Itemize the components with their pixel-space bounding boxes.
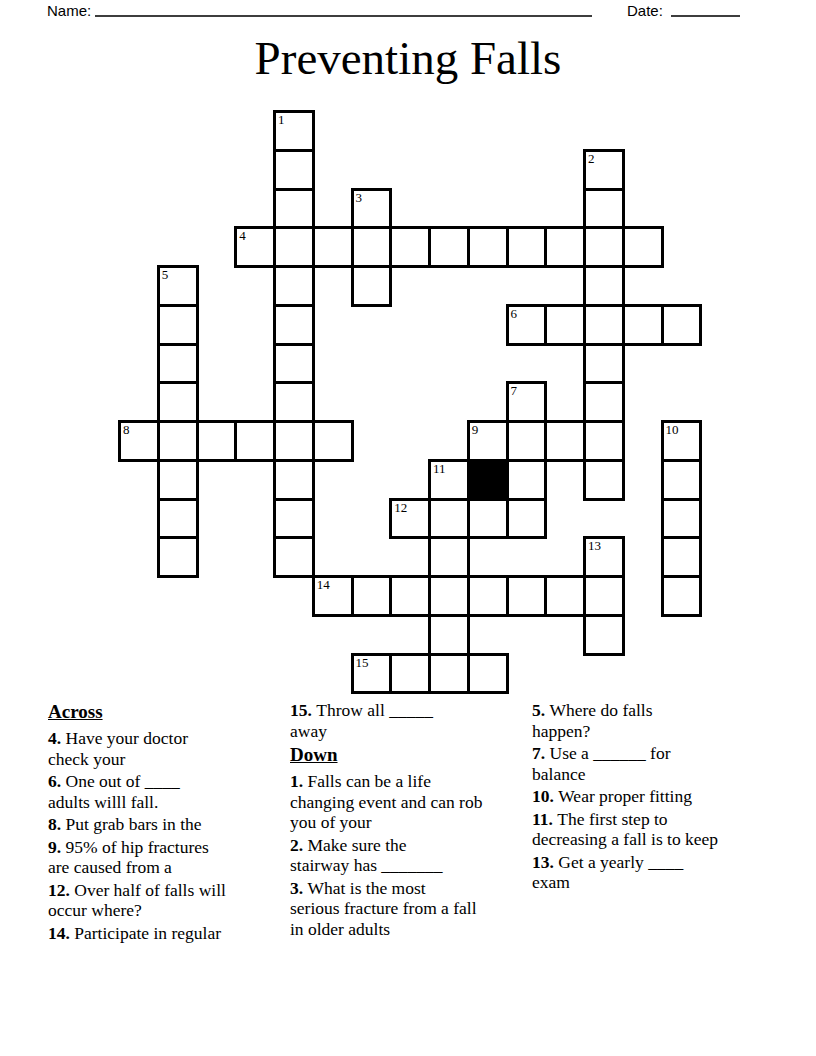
cell-r3c6[interactable] (351, 226, 393, 268)
cell-r12c10[interactable] (506, 575, 548, 617)
clue-number-13: 13 (588, 538, 601, 553)
cell-r5c10[interactable]: 6 (506, 304, 548, 346)
cell-r5c14[interactable] (661, 304, 703, 346)
clue-number-8: 8 (123, 422, 130, 437)
cell-r3c4[interactable] (273, 226, 315, 268)
cell-r3c12[interactable] (583, 226, 625, 268)
clue-number-1: 1 (278, 112, 285, 127)
clue-number-15: 15 (356, 655, 369, 670)
cell-r4c6[interactable] (351, 265, 393, 307)
cell-r14c8[interactable] (428, 653, 470, 695)
clue-6: 6. One out of ____ adults willl fall. (48, 771, 288, 812)
cell-r11c14[interactable] (661, 536, 703, 578)
cell-r3c13[interactable] (622, 226, 664, 268)
cell-r8c3[interactable] (234, 420, 276, 462)
clue-number-label: 2. (290, 835, 308, 855)
page-title: Preventing Falls (0, 31, 816, 85)
clue-text: Put grab bars in the (66, 814, 202, 834)
clue-12: 12. Over half of falls will occur where? (48, 880, 288, 921)
clue-11: 11. The first step to decreasing a fall … (532, 809, 812, 850)
cell-r8c2[interactable] (196, 420, 238, 462)
clue-number-label: 14. (48, 923, 74, 943)
cell-r12c11[interactable] (544, 575, 586, 617)
cell-r5c12[interactable] (583, 304, 625, 346)
clue-2: 2. Make sure the stairway has _______ (290, 835, 536, 876)
cell-r6c1[interactable] (157, 343, 199, 385)
cell-r2c4[interactable] (273, 188, 315, 230)
clue-7: 7. Use a ______ for balance (532, 743, 812, 784)
clue-9: 9. 95% of hip fractures are caused from … (48, 837, 288, 878)
clue-1: 1. Falls can be a life changing event an… (290, 771, 536, 833)
date-blank-line[interactable] (671, 2, 740, 17)
clue-5: 5. Where do falls happen? (532, 700, 812, 741)
clue-text: What is the most serious fracture from a… (290, 878, 477, 939)
clue-number-4: 4 (239, 228, 246, 243)
cell-r7c10[interactable]: 7 (506, 381, 548, 423)
clue-number-label: 15. (290, 700, 316, 720)
cell-r8c10[interactable] (506, 420, 548, 462)
cell-r5c11[interactable] (544, 304, 586, 346)
clues-column-down: 5. Where do falls happen?7. Use a ______… (532, 700, 812, 895)
clue-number-label: 10. (532, 786, 558, 806)
cell-r8c0[interactable]: 8 (118, 420, 160, 462)
clue-text: Over half of falls will occur where? (48, 880, 226, 921)
cell-r10c10[interactable] (506, 498, 548, 540)
name-blank-line[interactable] (95, 2, 592, 17)
clues-column-middle: 15. Throw all _____ awayDown1. Falls can… (290, 700, 536, 941)
cell-r3c7[interactable] (389, 226, 431, 268)
cell-r11c1[interactable] (157, 536, 199, 578)
down-heading: Down (290, 743, 536, 766)
cell-r1c4[interactable] (273, 149, 315, 191)
cell-r10c1[interactable] (157, 498, 199, 540)
name-label: Name: (47, 2, 91, 19)
cell-r11c12[interactable]: 13 (583, 536, 625, 578)
cell-r4c1[interactable]: 5 (157, 265, 199, 307)
cell-r13c8[interactable] (428, 614, 470, 656)
cell-r9c8[interactable]: 11 (428, 459, 470, 501)
clue-text: Falls can be a life changing event and c… (290, 771, 482, 832)
clue-text: Have your doctor check your (48, 728, 188, 769)
cell-r3c5[interactable] (312, 226, 354, 268)
clue-number-7: 7 (511, 383, 518, 398)
clues-column-across: Across4. Have your doctor check your6. O… (48, 700, 288, 945)
clue-text: Use a ______ for balance (532, 743, 671, 784)
across-heading: Across (48, 700, 288, 723)
clue-number-3: 3 (356, 190, 363, 205)
cell-r10c8[interactable] (428, 498, 470, 540)
cell-r3c3[interactable]: 4 (234, 226, 276, 268)
cell-r5c13[interactable] (622, 304, 664, 346)
cell-r5c1[interactable] (157, 304, 199, 346)
cell-r9c14[interactable] (661, 459, 703, 501)
cell-r9c10[interactable] (506, 459, 548, 501)
cell-r8c11[interactable] (544, 420, 586, 462)
cell-r5c4[interactable] (273, 304, 315, 346)
cell-r10c4[interactable] (273, 498, 315, 540)
cell-r8c9[interactable]: 9 (467, 420, 509, 462)
clue-text: Make sure the stairway has _______ (290, 835, 443, 876)
clue-number-11: 11 (433, 461, 446, 476)
cell-r2c6[interactable]: 3 (351, 188, 393, 230)
clue-number-label: 3. (290, 878, 308, 898)
cell-r3c11[interactable] (544, 226, 586, 268)
cell-r4c4[interactable] (273, 265, 315, 307)
clue-number-label: 9. (48, 837, 66, 857)
clue-number-5: 5 (162, 267, 169, 282)
cell-r8c4[interactable] (273, 420, 315, 462)
cell-r8c5[interactable] (312, 420, 354, 462)
cell-r7c1[interactable] (157, 381, 199, 423)
clue-10: 10. Wear proper fitting (532, 786, 812, 807)
clue-4: 4. Have your doctor check your (48, 728, 288, 769)
cell-r14c7[interactable] (389, 653, 431, 695)
clue-number-label: 11. (532, 809, 557, 829)
cell-r14c9[interactable] (467, 653, 509, 695)
cell-r12c12[interactable] (583, 575, 625, 617)
cell-r12c6[interactable] (351, 575, 393, 617)
cell-r3c10[interactable] (506, 226, 548, 268)
cell-r12c9[interactable] (467, 575, 509, 617)
cell-r11c4[interactable] (273, 536, 315, 578)
clue-number-6: 6 (511, 306, 518, 321)
clue-number-10: 10 (666, 422, 679, 437)
clue-text: Where do falls happen? (532, 700, 653, 741)
cell-r10c9[interactable] (467, 498, 509, 540)
cell-r0c4[interactable]: 1 (273, 110, 315, 152)
cell-r6c4[interactable] (273, 343, 315, 385)
cell-r9c4[interactable] (273, 459, 315, 501)
clue-number-12: 12 (394, 500, 407, 515)
clue-number-2: 2 (588, 151, 595, 166)
cell-r12c8[interactable] (428, 575, 470, 617)
cell-r13c12[interactable] (583, 614, 625, 656)
clue-number-9: 9 (472, 422, 479, 437)
cell-r10c7[interactable]: 12 (389, 498, 431, 540)
cell-r3c8[interactable] (428, 226, 470, 268)
cell-r3c9[interactable] (467, 226, 509, 268)
cell-r8c14[interactable]: 10 (661, 420, 703, 462)
cell-r9c12[interactable] (583, 459, 625, 501)
clue-text: 95% of hip fractures are caused from a (48, 837, 209, 878)
clue-number-label: 8. (48, 814, 66, 834)
clue-number-label: 5. (532, 700, 550, 720)
cell-r7c12[interactable] (583, 381, 625, 423)
cell-r12c5[interactable]: 14 (312, 575, 354, 617)
cell-r4c12[interactable] (583, 265, 625, 307)
clue-number-label: 4. (48, 728, 66, 748)
clue-3: 3. What is the most serious fracture fro… (290, 878, 536, 940)
cell-r8c12[interactable] (583, 420, 625, 462)
clue-number-label: 13. (532, 852, 558, 872)
clue-text: The first step to decreasing a fall is t… (532, 809, 718, 850)
cell-r12c7[interactable] (389, 575, 431, 617)
clue-number-label: 1. (290, 771, 308, 791)
crossword-worksheet-page: Name: Date: Preventing Falls 12345678910… (0, 0, 816, 1056)
cell-r9c1[interactable] (157, 459, 199, 501)
cell-r2c12[interactable] (583, 188, 625, 230)
crossword-grid: 123456789101112131415 (118, 110, 703, 695)
cell-r11c8[interactable] (428, 536, 470, 578)
black-cell-r9c9 (467, 459, 509, 501)
clue-number-label: 12. (48, 880, 74, 900)
clue-number-label: 7. (532, 743, 550, 763)
clue-text: Wear proper fitting (558, 786, 692, 806)
date-label: Date: (627, 2, 663, 19)
cell-r1c12[interactable]: 2 (583, 149, 625, 191)
clue-text: Participate in regular (74, 923, 221, 943)
cell-r6c12[interactable] (583, 343, 625, 385)
clue-number-14: 14 (317, 577, 330, 592)
cell-r10c14[interactable] (661, 498, 703, 540)
clue-15: 15. Throw all _____ away (290, 700, 536, 741)
cell-r12c14[interactable] (661, 575, 703, 617)
clue-8: 8. Put grab bars in the (48, 814, 288, 835)
clue-13: 13. Get a yearly ____ exam (532, 852, 812, 893)
cell-r14c6[interactable]: 15 (351, 653, 393, 695)
clue-text: One out of ____ adults willl fall. (48, 771, 180, 812)
cell-r8c1[interactable] (157, 420, 199, 462)
clue-14: 14. Participate in regular (48, 923, 288, 944)
cell-r7c4[interactable] (273, 381, 315, 423)
clue-number-label: 6. (48, 771, 66, 791)
